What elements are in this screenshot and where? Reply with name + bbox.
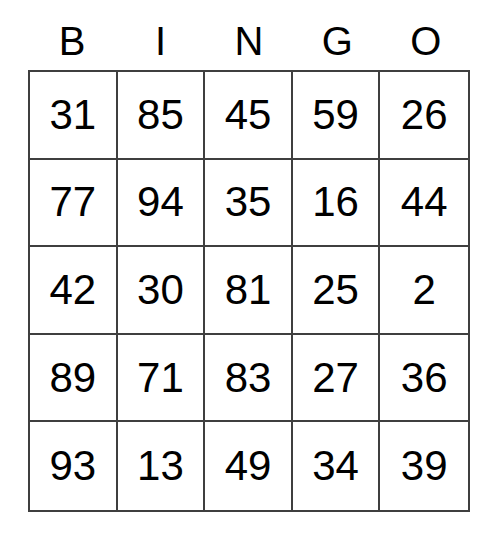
bingo-grid: 31 85 45 59 26 77 94 35 16 44 42 30 81 2… [28,70,470,512]
bingo-cell-r3c3[interactable]: 81 [205,247,293,335]
header-letter-o: O [382,0,470,70]
bingo-cell-r2c3[interactable]: 35 [205,160,293,248]
bingo-cell-r2c2[interactable]: 94 [118,160,206,248]
bingo-cell-r5c5[interactable]: 39 [380,422,468,510]
bingo-cell-r2c4[interactable]: 16 [293,160,381,248]
bingo-cell-r4c2[interactable]: 71 [118,335,206,423]
header-letter-b: B [28,0,116,70]
bingo-cell-r1c2[interactable]: 85 [118,72,206,160]
bingo-cell-r3c2[interactable]: 30 [118,247,206,335]
bingo-cell-r4c5[interactable]: 36 [380,335,468,423]
bingo-header: B I N G O [28,0,470,70]
bingo-cell-r1c5[interactable]: 26 [380,72,468,160]
bingo-cell-r3c1[interactable]: 42 [30,247,118,335]
header-letter-i: I [116,0,204,70]
bingo-cell-r5c2[interactable]: 13 [118,422,206,510]
header-letter-n: N [205,0,293,70]
bingo-cell-r3c5[interactable]: 2 [380,247,468,335]
bingo-cell-r1c1[interactable]: 31 [30,72,118,160]
bingo-card: B I N G O 31 85 45 59 26 77 94 35 16 44 … [0,0,500,544]
header-letter-g: G [293,0,381,70]
bingo-cell-r1c4[interactable]: 59 [293,72,381,160]
bingo-cell-r1c3[interactable]: 45 [205,72,293,160]
bingo-cell-r5c3[interactable]: 49 [205,422,293,510]
bingo-cell-r2c1[interactable]: 77 [30,160,118,248]
bingo-cell-r4c3[interactable]: 83 [205,335,293,423]
bingo-cell-r5c4[interactable]: 34 [293,422,381,510]
bingo-cell-r2c5[interactable]: 44 [380,160,468,248]
bingo-cell-r4c4[interactable]: 27 [293,335,381,423]
bingo-cell-r5c1[interactable]: 93 [30,422,118,510]
bingo-cell-r4c1[interactable]: 89 [30,335,118,423]
bingo-cell-r3c4[interactable]: 25 [293,247,381,335]
